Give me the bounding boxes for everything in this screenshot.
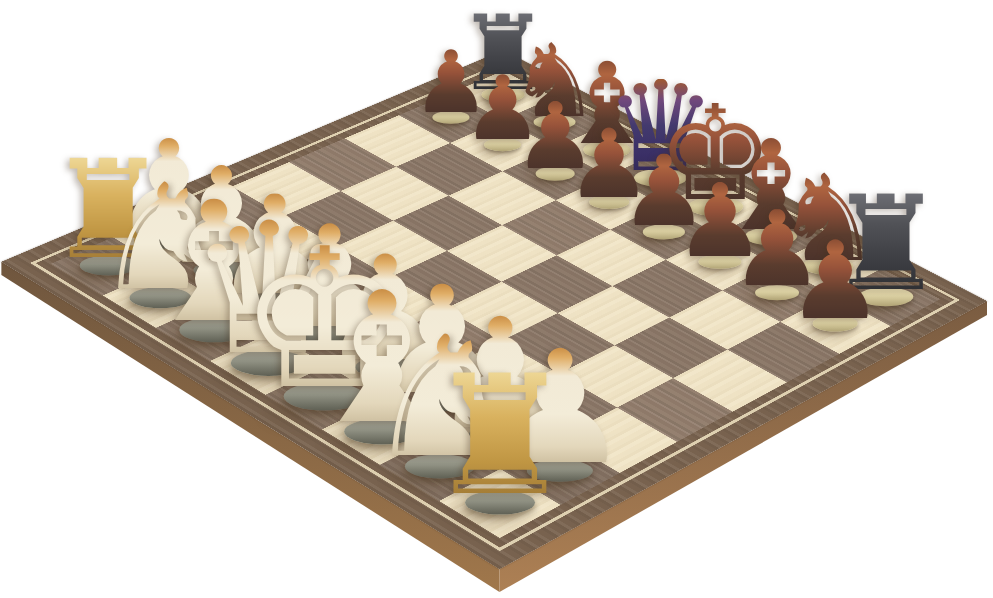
scene: ♜♞♝♛♚♝♞♜♟♟♟♟♟♟♟♟♟♟♟♟♟♟♟♟♜♞♝♛♚♝♞♜ [0, 0, 993, 598]
